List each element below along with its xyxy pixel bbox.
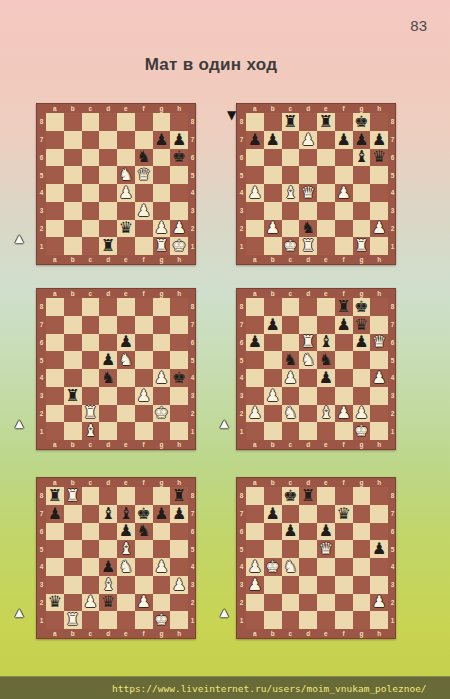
chess-board-1: abcdefgh887♟♟76♞♚65♞♛54♟43♟32♛♟♟21♜♜♚1ab… xyxy=(36,103,196,263)
square-d5 xyxy=(299,540,317,558)
rank-label: 1 xyxy=(37,611,46,629)
file-label: d xyxy=(299,289,317,298)
file-label: f xyxy=(135,478,153,487)
rank-label: 7 xyxy=(37,131,46,149)
watermark-url-bar: https://www.liveinternet.ru/users/moim_v… xyxy=(0,676,450,699)
file-label: a xyxy=(246,255,264,264)
white-rook-b1: ♜ xyxy=(65,612,79,628)
square-f2: ♟ xyxy=(135,594,153,612)
square-f7 xyxy=(135,131,153,149)
rank-label: 8 xyxy=(37,113,46,131)
square-c7 xyxy=(82,316,100,334)
square-b6 xyxy=(264,334,282,352)
square-d1: ♜ xyxy=(299,237,317,255)
file-label: c xyxy=(82,289,100,298)
square-g7 xyxy=(153,316,171,334)
square-a8 xyxy=(246,487,264,505)
square-f7: ♚ xyxy=(135,505,153,523)
white-pawn-h2: ♟ xyxy=(372,594,386,610)
white-pawn-h2: ♟ xyxy=(172,220,186,236)
square-f6: ♞ xyxy=(135,523,153,541)
square-f2 xyxy=(335,220,353,238)
rank-label: 2 xyxy=(188,594,197,612)
white-pawn-b3: ♟ xyxy=(265,388,279,404)
square-f4 xyxy=(335,558,353,576)
rank-label: 7 xyxy=(37,505,46,523)
square-e8 xyxy=(317,487,335,505)
white-pawn-h4: ♟ xyxy=(372,370,386,386)
square-g6 xyxy=(153,523,171,541)
file-label: b xyxy=(64,104,82,113)
board-frame: abcdefgh88776♟65♟♞54♞♟♚43♜♟32♜♚21♝1abcde… xyxy=(36,288,196,450)
square-c8 xyxy=(82,298,100,316)
square-g2: ♟ xyxy=(153,220,171,238)
square-c8 xyxy=(82,113,100,131)
square-f2 xyxy=(335,594,353,612)
square-f3 xyxy=(335,576,353,594)
square-c5 xyxy=(82,351,100,369)
square-h6 xyxy=(170,523,188,541)
square-h4: ♚ xyxy=(170,369,188,387)
file-label: b xyxy=(64,289,82,298)
square-d1 xyxy=(299,422,317,440)
file-label: h xyxy=(370,478,388,487)
black-king-h4: ♚ xyxy=(172,370,186,386)
white-queen-h6: ♛ xyxy=(372,334,386,350)
square-b1 xyxy=(264,422,282,440)
square-c8 xyxy=(282,298,300,316)
file-label: h xyxy=(370,289,388,298)
file-label: b xyxy=(264,289,282,298)
square-g6: ♝ xyxy=(353,149,371,167)
black-pawn-e6: ♟ xyxy=(319,523,333,539)
white-pawn-g4: ♟ xyxy=(154,559,168,575)
square-e8 xyxy=(117,113,135,131)
square-h6 xyxy=(170,334,188,352)
rank-label: 3 xyxy=(37,202,46,220)
square-g5 xyxy=(353,166,371,184)
square-f5 xyxy=(135,351,153,369)
file-label: e xyxy=(117,629,135,638)
square-h7 xyxy=(170,316,188,334)
file-label: e xyxy=(317,440,335,449)
square-a2: ♟ xyxy=(246,405,264,423)
square-d6: ♜ xyxy=(299,334,317,352)
white-pawn-f2: ♟ xyxy=(336,405,350,421)
square-f8 xyxy=(335,487,353,505)
square-a5 xyxy=(246,166,264,184)
square-b8 xyxy=(264,113,282,131)
square-d7 xyxy=(99,316,117,334)
file-label: g xyxy=(353,255,371,264)
rank-label: 8 xyxy=(37,487,46,505)
square-c3 xyxy=(282,387,300,405)
square-h5 xyxy=(370,351,388,369)
square-g5 xyxy=(153,540,171,558)
square-b8 xyxy=(264,487,282,505)
rank-label: 3 xyxy=(388,387,397,405)
square-a6: ♟ xyxy=(246,334,264,352)
square-a8 xyxy=(246,298,264,316)
rank-label: 4 xyxy=(188,369,197,387)
square-e6: ♟ xyxy=(317,523,335,541)
rank-label: 1 xyxy=(237,237,246,255)
square-h2: ♟ xyxy=(370,220,388,238)
square-a1 xyxy=(46,237,64,255)
square-b4 xyxy=(64,558,82,576)
square-e8 xyxy=(317,298,335,316)
square-a8 xyxy=(246,113,264,131)
file-label: g xyxy=(153,440,171,449)
black-pawn-e6: ♟ xyxy=(119,334,133,350)
corner xyxy=(188,255,197,264)
rank-label: 6 xyxy=(37,523,46,541)
square-a6 xyxy=(246,523,264,541)
square-g5 xyxy=(153,351,171,369)
square-f8 xyxy=(135,113,153,131)
white-king-c1: ♚ xyxy=(283,238,297,254)
black-pawn-a6: ♟ xyxy=(248,334,262,350)
square-d1 xyxy=(99,611,117,629)
square-b1: ♜ xyxy=(64,611,82,629)
file-label: f xyxy=(135,255,153,264)
square-h3 xyxy=(370,202,388,220)
square-e6: ♟ xyxy=(117,334,135,352)
rank-label: 4 xyxy=(37,369,46,387)
file-label: d xyxy=(99,255,117,264)
black-pawn-e6: ♟ xyxy=(119,523,133,539)
file-label: h xyxy=(170,629,188,638)
square-h7: ♟ xyxy=(170,131,188,149)
file-label: e xyxy=(317,289,335,298)
square-f7 xyxy=(135,316,153,334)
square-b3 xyxy=(64,202,82,220)
rank-label: 7 xyxy=(388,505,397,523)
file-label: g xyxy=(353,440,371,449)
file-label: a xyxy=(246,289,264,298)
rank-label: 2 xyxy=(37,594,46,612)
square-f4 xyxy=(135,558,153,576)
square-a7: ♟ xyxy=(246,131,264,149)
square-a2 xyxy=(46,220,64,238)
rank-label: 3 xyxy=(388,576,397,594)
square-f1 xyxy=(135,237,153,255)
board-frame: abcdefgh8♜♜♜87♟♝♝♚♟♟76♟♞65♝54♟♞♟43♝♟32♛♟… xyxy=(36,477,196,639)
corner xyxy=(188,289,197,298)
square-f3: ♟ xyxy=(135,202,153,220)
rank-label: 4 xyxy=(388,184,397,202)
rank-label: 1 xyxy=(188,237,197,255)
square-c7 xyxy=(282,505,300,523)
square-f1 xyxy=(335,237,353,255)
file-label: f xyxy=(135,440,153,449)
square-d2 xyxy=(299,405,317,423)
black-rook-a8: ♜ xyxy=(48,488,62,504)
square-h8 xyxy=(370,298,388,316)
square-e4 xyxy=(317,558,335,576)
square-f8: ♜ xyxy=(335,298,353,316)
square-b2 xyxy=(64,594,82,612)
square-a1 xyxy=(46,611,64,629)
square-b4 xyxy=(64,184,82,202)
square-g7: ♟ xyxy=(153,131,171,149)
rank-label: 2 xyxy=(237,405,246,423)
square-a2 xyxy=(46,405,64,423)
square-f2 xyxy=(135,405,153,423)
square-g1: ♜ xyxy=(353,237,371,255)
white-rook-g1: ♜ xyxy=(354,238,368,254)
file-label: d xyxy=(99,104,117,113)
file-label: h xyxy=(370,629,388,638)
square-h7 xyxy=(370,316,388,334)
corner xyxy=(388,104,397,113)
square-d6 xyxy=(99,523,117,541)
square-f6 xyxy=(135,334,153,352)
rank-label: 3 xyxy=(237,576,246,594)
black-knight-c5: ♞ xyxy=(283,352,297,368)
chess-board-4: abcdefgh8♜♚87♟♟♛76♟♜♝♟♛65♞♞♞54♟♟♟43♟32♟♞… xyxy=(236,288,396,448)
square-b2: ♟ xyxy=(264,220,282,238)
white-bishop-c1: ♝ xyxy=(83,423,97,439)
rank-label: 6 xyxy=(188,149,197,167)
square-g1: ♚ xyxy=(153,611,171,629)
square-e7 xyxy=(117,131,135,149)
file-label: e xyxy=(317,629,335,638)
rank-label: 6 xyxy=(188,523,197,541)
black-king-g8: ♚ xyxy=(354,299,368,315)
black-bishop-e6: ♝ xyxy=(319,334,333,350)
square-h5 xyxy=(370,166,388,184)
file-label: e xyxy=(117,104,135,113)
black-rook-d8: ♜ xyxy=(301,488,315,504)
square-d2 xyxy=(299,594,317,612)
file-label: e xyxy=(117,478,135,487)
square-h4: ♟ xyxy=(370,369,388,387)
rank-label: 8 xyxy=(188,298,197,316)
file-label: e xyxy=(317,255,335,264)
square-f3 xyxy=(335,202,353,220)
square-c4 xyxy=(82,558,100,576)
square-e1 xyxy=(117,611,135,629)
square-b7: ♟ xyxy=(264,131,282,149)
file-label: b xyxy=(264,104,282,113)
square-c7 xyxy=(82,131,100,149)
rank-label: 5 xyxy=(188,540,197,558)
square-b2 xyxy=(64,405,82,423)
square-c1 xyxy=(82,237,100,255)
rank-label: 4 xyxy=(37,558,46,576)
square-e3 xyxy=(317,576,335,594)
file-label: f xyxy=(335,440,353,449)
corner xyxy=(37,255,46,264)
square-f5 xyxy=(335,540,353,558)
file-label: d xyxy=(99,478,117,487)
square-h5 xyxy=(170,351,188,369)
square-e8: ♜ xyxy=(317,113,335,131)
square-a4 xyxy=(46,369,64,387)
square-d3 xyxy=(99,387,117,405)
corner xyxy=(188,478,197,487)
square-h3 xyxy=(370,576,388,594)
square-e3 xyxy=(117,202,135,220)
square-c6: ♟ xyxy=(282,523,300,541)
square-a3 xyxy=(46,387,64,405)
square-h7 xyxy=(370,505,388,523)
white-pawn-a4: ♟ xyxy=(248,185,262,201)
file-label: d xyxy=(99,440,117,449)
square-a1 xyxy=(246,611,264,629)
rank-label: 1 xyxy=(388,237,397,255)
square-g8 xyxy=(153,298,171,316)
square-b1 xyxy=(264,237,282,255)
square-c6 xyxy=(282,149,300,167)
rank-label: 7 xyxy=(188,505,197,523)
file-label: b xyxy=(64,629,82,638)
corner xyxy=(237,629,246,638)
chess-board-5: abcdefgh8♜♜♜87♟♝♝♚♟♟76♟♞65♝54♟♞♟43♝♟32♛♟… xyxy=(36,477,196,637)
square-e7 xyxy=(117,316,135,334)
square-d6 xyxy=(99,149,117,167)
square-h3 xyxy=(170,387,188,405)
square-f4 xyxy=(135,184,153,202)
square-c1: ♝ xyxy=(82,422,100,440)
square-b3 xyxy=(64,576,82,594)
square-a8 xyxy=(46,298,64,316)
white-to-move-marker: ▲ xyxy=(15,233,23,244)
corner xyxy=(188,104,197,113)
square-g1: ♚ xyxy=(353,422,371,440)
file-label: g xyxy=(153,255,171,264)
square-h6 xyxy=(370,523,388,541)
square-b4: ♚ xyxy=(264,558,282,576)
rank-label: 4 xyxy=(37,184,46,202)
board-frame: abcdefgh8♜♚87♟♟♛76♟♜♝♟♛65♞♞♞54♟♟♟43♟32♟♞… xyxy=(236,288,396,450)
square-d6 xyxy=(99,334,117,352)
rank-label: 5 xyxy=(188,166,197,184)
square-e4 xyxy=(317,184,335,202)
white-pawn-c2: ♟ xyxy=(83,594,97,610)
square-d7 xyxy=(99,131,117,149)
square-d2: ♞ xyxy=(299,220,317,238)
square-c3 xyxy=(82,387,100,405)
corner xyxy=(188,629,197,638)
file-label: a xyxy=(246,629,264,638)
white-pawn-f3: ♟ xyxy=(136,388,150,404)
square-a7 xyxy=(46,316,64,334)
square-g4 xyxy=(353,184,371,202)
black-pawn-g7: ♟ xyxy=(354,132,368,148)
rank-label: 5 xyxy=(37,351,46,369)
square-g8 xyxy=(153,113,171,131)
square-h1 xyxy=(370,611,388,629)
white-knight-c4: ♞ xyxy=(283,559,297,575)
black-pawn-d5: ♟ xyxy=(101,352,115,368)
rank-label: 6 xyxy=(237,523,246,541)
file-label: h xyxy=(170,104,188,113)
square-e1 xyxy=(317,422,335,440)
rank-label: 6 xyxy=(388,523,397,541)
white-bishop-c4: ♝ xyxy=(283,185,297,201)
black-queen-a2: ♛ xyxy=(48,594,62,610)
file-label: e xyxy=(317,478,335,487)
square-f6 xyxy=(335,149,353,167)
square-d7 xyxy=(299,316,317,334)
rank-label: 2 xyxy=(388,594,397,612)
file-label: b xyxy=(64,255,82,264)
square-c3 xyxy=(282,202,300,220)
square-b6 xyxy=(64,334,82,352)
square-d5: ♟ xyxy=(99,351,117,369)
rank-label: 3 xyxy=(37,387,46,405)
square-h1 xyxy=(370,422,388,440)
rank-label: 4 xyxy=(237,369,246,387)
square-a4 xyxy=(46,184,64,202)
square-b4 xyxy=(264,369,282,387)
board-frame: abcdefgh887♟♟76♞♚65♞♛54♟43♟32♛♟♟21♜♜♚1ab… xyxy=(36,103,196,265)
square-d8 xyxy=(99,487,117,505)
square-c5: ♞ xyxy=(282,351,300,369)
square-e7: ♝ xyxy=(117,505,135,523)
square-h5 xyxy=(170,166,188,184)
file-label: d xyxy=(99,629,117,638)
black-pawn-h7: ♟ xyxy=(172,506,186,522)
white-pawn-a4: ♟ xyxy=(248,559,262,575)
white-pawn-a2: ♟ xyxy=(248,405,262,421)
white-queen-d4: ♛ xyxy=(301,185,315,201)
rank-label: 2 xyxy=(388,220,397,238)
rank-label: 3 xyxy=(388,202,397,220)
corner xyxy=(237,440,246,449)
square-c5 xyxy=(82,540,100,558)
rank-label: 5 xyxy=(37,540,46,558)
rank-label: 3 xyxy=(188,387,197,405)
square-e1 xyxy=(317,237,335,255)
square-b8 xyxy=(64,298,82,316)
rank-label: 7 xyxy=(237,505,246,523)
square-a3 xyxy=(46,202,64,220)
black-pawn-b7: ♟ xyxy=(265,317,279,333)
square-f1 xyxy=(135,422,153,440)
square-a1 xyxy=(46,422,64,440)
rank-label: 6 xyxy=(188,334,197,352)
square-a7 xyxy=(246,316,264,334)
square-e2 xyxy=(317,594,335,612)
square-f8 xyxy=(335,113,353,131)
file-label: c xyxy=(82,255,100,264)
square-c2 xyxy=(82,220,100,238)
square-f2 xyxy=(135,220,153,238)
square-a5 xyxy=(46,540,64,558)
corner xyxy=(37,289,46,298)
square-c3 xyxy=(82,202,100,220)
square-b8: ♜ xyxy=(64,487,82,505)
square-h2: ♟ xyxy=(370,594,388,612)
square-c4: ♞ xyxy=(282,558,300,576)
square-b5 xyxy=(64,540,82,558)
square-h6: ♛ xyxy=(370,334,388,352)
rank-label: 6 xyxy=(237,149,246,167)
file-label: h xyxy=(170,255,188,264)
rank-label: 5 xyxy=(237,166,246,184)
square-a4 xyxy=(46,558,64,576)
square-c5 xyxy=(82,166,100,184)
square-g8: ♚ xyxy=(353,298,371,316)
white-king-g2: ♚ xyxy=(154,405,168,421)
square-f6 xyxy=(335,334,353,352)
black-rook-b3: ♜ xyxy=(65,388,79,404)
white-to-move-marker: ▲ xyxy=(15,418,23,429)
square-e5: ♞ xyxy=(117,351,135,369)
